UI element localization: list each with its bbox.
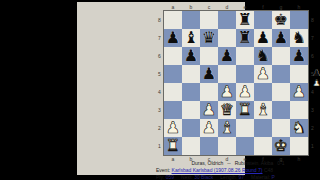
square-a4[interactable]: [164, 83, 182, 101]
square-e3[interactable]: ♜: [236, 101, 254, 119]
square-c7[interactable]: ♛: [200, 29, 218, 47]
square-d3[interactable]: ♛: [218, 101, 236, 119]
square-g2[interactable]: [272, 119, 290, 137]
square-f1[interactable]: [254, 137, 272, 155]
coord-label-7: 7: [156, 29, 163, 47]
white-player-name: Duras, Oldrich: [191, 160, 223, 166]
coord-label-2: 2: [156, 119, 163, 137]
coord-label-3: 3: [156, 101, 163, 119]
black-pawn-icon: ♟: [311, 68, 320, 78]
square-c3[interactable]: ♟: [200, 101, 218, 119]
white-pawn-d4[interactable]: ♟: [218, 83, 236, 101]
square-h4[interactable]: ♟: [290, 83, 308, 101]
square-h6[interactable]: ♟: [290, 47, 308, 65]
square-e1[interactable]: [236, 137, 254, 155]
square-d4[interactable]: ♟: [218, 83, 236, 101]
square-b8[interactable]: [182, 11, 200, 29]
square-e4[interactable]: ♟: [236, 83, 254, 101]
black-pawn-f7[interactable]: ♟: [254, 29, 272, 47]
square-b4[interactable]: [182, 83, 200, 101]
white-pawn-a2[interactable]: ♟: [164, 119, 182, 137]
square-g6[interactable]: [272, 47, 290, 65]
square-f6[interactable]: ♞: [254, 47, 272, 65]
square-f3[interactable]: ♝: [254, 101, 272, 119]
square-a8[interactable]: [164, 11, 182, 29]
square-h8[interactable]: [290, 11, 308, 29]
players-separator: --: [227, 160, 230, 166]
square-g4[interactable]: [272, 83, 290, 101]
square-c2[interactable]: ♟: [200, 119, 218, 137]
square-e2[interactable]: [236, 119, 254, 137]
square-h5[interactable]: [290, 65, 308, 83]
white-pawn-c2[interactable]: ♟: [200, 119, 218, 137]
white-pawn-h4[interactable]: ♟: [290, 83, 308, 101]
square-g7[interactable]: ♟: [272, 29, 290, 47]
square-b5[interactable]: [182, 65, 200, 83]
square-c5[interactable]: ♟: [200, 65, 218, 83]
square-a3[interactable]: [164, 101, 182, 119]
board-grid: ♜♚♟♝♛♜♟♟♞♟♟♞♟♟♟♟♟♟♟♛♜♝♟♟♝♞♜♚: [164, 11, 308, 155]
white-knight-h2[interactable]: ♞: [290, 119, 308, 137]
players-line: Duras, Oldrich--Rubinstein, Akiba0-1: [154, 160, 320, 166]
coord-label-1: 1: [156, 137, 163, 155]
white-queen-d3[interactable]: ♛: [218, 101, 236, 119]
black-king-g8[interactable]: ♚: [272, 11, 290, 29]
white-pawn-c3[interactable]: ♟: [200, 101, 218, 119]
square-g1[interactable]: ♚: [272, 137, 290, 155]
game-result: 0-1: [277, 160, 284, 166]
next-move-field: Next: 30 Black: [181, 174, 213, 180]
white-pawn-f5[interactable]: ♟: [254, 65, 272, 83]
square-c6[interactable]: [200, 47, 218, 65]
square-d1[interactable]: [218, 137, 236, 155]
coord-label-6: 6: [156, 47, 163, 65]
square-e6[interactable]: [236, 47, 254, 65]
square-d5[interactable]: [218, 65, 236, 83]
square-a1[interactable]: ♜: [164, 137, 182, 155]
coord-label-6: 6: [309, 47, 316, 65]
square-c1[interactable]: [200, 137, 218, 155]
square-g5[interactable]: [272, 65, 290, 83]
chess-viewer-panel: abcdefgh 87654321 87654321 abcdefgh ♜♚♟♝…: [77, 2, 245, 175]
square-e8[interactable]: ♜: [236, 11, 254, 29]
square-f2[interactable]: [254, 119, 272, 137]
black-pawn-h6[interactable]: ♟: [290, 47, 308, 65]
square-b3[interactable]: [182, 101, 200, 119]
black-pawn-a7[interactable]: ♟: [164, 29, 182, 47]
square-b7[interactable]: ♝: [182, 29, 200, 47]
game-caption: Duras, Oldrich--Rubinstein, Akiba0-1 Eve…: [154, 160, 320, 180]
square-h1[interactable]: [290, 137, 308, 155]
square-e7[interactable]: ♜: [236, 29, 254, 47]
square-f5[interactable]: ♟: [254, 65, 272, 83]
square-d8[interactable]: [218, 11, 236, 29]
chess-board[interactable]: ♜♚♟♝♛♜♟♟♞♟♟♞♟♟♟♟♟♟♟♛♜♝♟♟♝♞♜♚: [163, 10, 309, 156]
black-queen-c7[interactable]: ♛: [200, 29, 218, 47]
white-bishop-f3[interactable]: ♝: [254, 101, 272, 119]
square-b1[interactable]: [182, 137, 200, 155]
coord-label-1: 1: [309, 137, 316, 155]
white-bishop-d2[interactable]: ♝: [218, 119, 236, 137]
black-pawn-g7[interactable]: ♟: [272, 29, 290, 47]
black-knight-h7[interactable]: ♞: [290, 29, 308, 47]
coord-label-3: 3: [309, 101, 316, 119]
coord-label-8: 8: [309, 11, 316, 29]
square-a6[interactable]: [164, 47, 182, 65]
square-a5[interactable]: [164, 65, 182, 83]
square-b2[interactable]: [182, 119, 200, 137]
black-rook-e8[interactable]: ♜: [236, 11, 254, 29]
white-pawn-e4[interactable]: ♟: [236, 83, 254, 101]
square-h3[interactable]: [290, 101, 308, 119]
coord-label-5: 5: [156, 65, 163, 83]
square-a7[interactable]: ♟: [164, 29, 182, 47]
length-field: Length: 97: [220, 174, 244, 180]
rank-labels-left: 87654321: [156, 11, 163, 155]
square-d6[interactable]: ♟: [218, 47, 236, 65]
black-pawn-b6[interactable]: ♟: [182, 47, 200, 65]
ply-field: Ply: 059: [156, 174, 174, 180]
black-pawn-d6[interactable]: ♟: [218, 47, 236, 65]
square-a2[interactable]: ♟: [164, 119, 182, 137]
eco-code: C48: [264, 167, 273, 173]
status-line: Ply: 059 Next: 30 Black Length: 97 Mater…: [154, 174, 320, 180]
square-c8[interactable]: [200, 11, 218, 29]
black-pawn-c5[interactable]: ♟: [200, 65, 218, 83]
square-d2[interactable]: ♝: [218, 119, 236, 137]
event-link[interactable]: Karlsbad Karlsbad (1907.08.26 Round 7): [172, 167, 263, 173]
black-knight-f6[interactable]: ♞: [254, 47, 272, 65]
captured-pieces-tray: ♟♟: [311, 68, 320, 88]
square-g3[interactable]: [272, 101, 290, 119]
white-rook-e3[interactable]: ♜: [236, 101, 254, 119]
square-h7[interactable]: ♞: [290, 29, 308, 47]
black-bishop-b7[interactable]: ♝: [182, 29, 200, 47]
square-f7[interactable]: ♟: [254, 29, 272, 47]
coord-label-7: 7: [309, 29, 316, 47]
event-line: Event: Karlsbad Karlsbad (1907.08.26 Rou…: [154, 167, 320, 173]
white-king-g1[interactable]: ♚: [272, 137, 290, 155]
coord-label-4: 4: [156, 83, 163, 101]
square-c4[interactable]: [200, 83, 218, 101]
square-b6[interactable]: ♟: [182, 47, 200, 65]
black-rook-e7[interactable]: ♜: [236, 29, 254, 47]
event-label: Event:: [156, 167, 170, 173]
white-rook-a1[interactable]: ♜: [164, 137, 182, 155]
square-e5[interactable]: [236, 65, 254, 83]
coord-label-8: 8: [156, 11, 163, 29]
square-f4[interactable]: [254, 83, 272, 101]
square-h2[interactable]: ♞: [290, 119, 308, 137]
material-field: Material: P: [251, 174, 275, 180]
white-pawn-icon: ♟: [311, 78, 320, 88]
square-d7[interactable]: [218, 29, 236, 47]
square-g8[interactable]: ♚: [272, 11, 290, 29]
black-player-name: Rubinstein, Akiba: [235, 160, 274, 166]
coord-label-2: 2: [309, 119, 316, 137]
square-f8[interactable]: [254, 11, 272, 29]
